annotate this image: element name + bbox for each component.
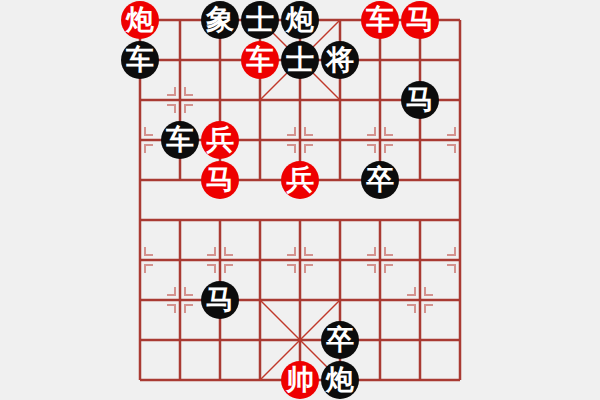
piece-black-cannon[interactable]: 炮 <box>281 1 319 39</box>
piece-red-chariot[interactable]: 车 <box>361 1 399 39</box>
piece-red-horse[interactable]: 马 <box>201 161 239 199</box>
piece-red-pawn[interactable]: 兵 <box>281 161 319 199</box>
piece-red-chariot[interactable]: 车 <box>241 41 279 79</box>
piece-black-elephant[interactable]: 象 <box>201 1 239 39</box>
piece-black-horse[interactable]: 马 <box>201 281 239 319</box>
piece-red-horse[interactable]: 马 <box>401 1 439 39</box>
piece-black-cannon[interactable]: 炮 <box>321 361 359 399</box>
piece-black-chariot[interactable]: 车 <box>161 121 199 159</box>
piece-black-general[interactable]: 将 <box>321 41 359 79</box>
piece-red-general[interactable]: 帅 <box>281 361 319 399</box>
piece-red-cannon[interactable]: 炮 <box>121 1 159 39</box>
piece-black-chariot[interactable]: 车 <box>121 41 159 79</box>
piece-black-advisor[interactable]: 士 <box>241 1 279 39</box>
xiangqi-board: 炮象士炮车马车车士将马车兵马兵卒马卒帅炮 <box>0 0 600 400</box>
piece-black-pawn[interactable]: 卒 <box>321 321 359 359</box>
piece-red-pawn[interactable]: 兵 <box>201 121 239 159</box>
piece-black-pawn[interactable]: 卒 <box>361 161 399 199</box>
piece-black-horse[interactable]: 马 <box>401 81 439 119</box>
piece-black-advisor[interactable]: 士 <box>281 41 319 79</box>
